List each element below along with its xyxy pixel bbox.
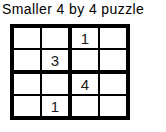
- grid-cell-r2c2[interactable]: 3: [42, 50, 68, 70]
- grid-cell-r3c2[interactable]: [42, 74, 68, 94]
- grid-cell-r3c3[interactable]: 4: [72, 74, 98, 94]
- box-r2c1: 1: [14, 74, 68, 116]
- grid-cell-r1c3[interactable]: 1: [72, 28, 98, 48]
- grid-cell-r1c2[interactable]: [42, 28, 68, 48]
- grid-cell-r4c2[interactable]: 1: [42, 96, 68, 116]
- page-title: Smaller 4 by 4 puzzle: [2, 1, 144, 17]
- sudoku-board: 3114: [10, 24, 130, 120]
- box-r2c2: 4: [72, 74, 126, 116]
- grid-cell-r1c4[interactable]: [100, 28, 126, 48]
- grid-cell-r4c1[interactable]: [14, 96, 40, 116]
- box-r1c1: 3: [14, 28, 68, 70]
- grid-cell-r4c3[interactable]: [72, 96, 98, 116]
- grid-cell-r2c4[interactable]: [100, 50, 126, 70]
- grid-cell-r1c1[interactable]: [14, 28, 40, 48]
- grid-cell-r2c1[interactable]: [14, 50, 40, 70]
- grid-cell-r3c1[interactable]: [14, 74, 40, 94]
- grid-cell-r3c4[interactable]: [100, 74, 126, 94]
- box-r1c2: 1: [72, 28, 126, 70]
- grid-cell-r2c3[interactable]: [72, 50, 98, 70]
- grid-cell-r4c4[interactable]: [100, 96, 126, 116]
